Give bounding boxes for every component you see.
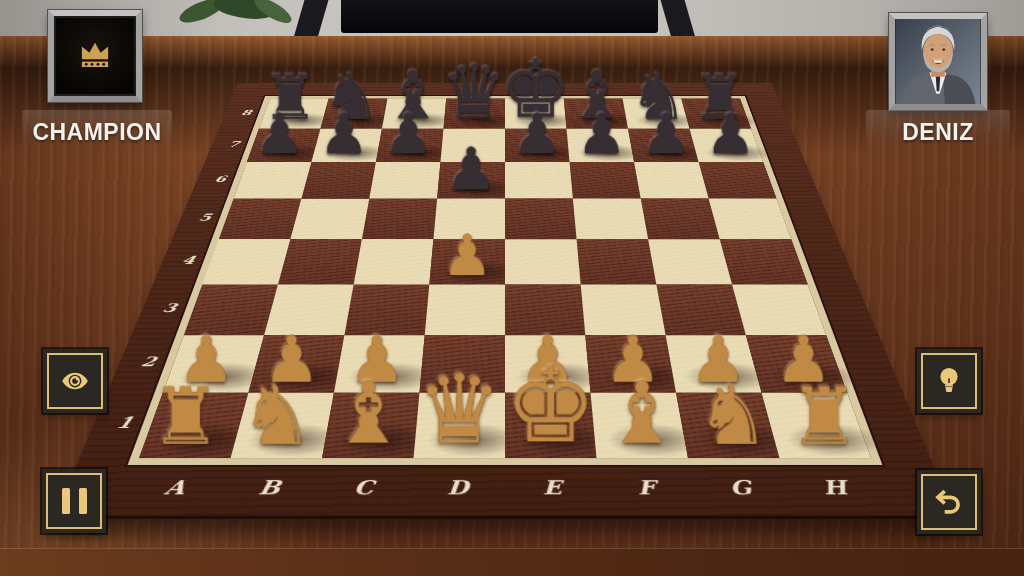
file-label-g: G: [722, 476, 759, 499]
file-label-d: D: [442, 476, 474, 499]
square-a5[interactable]: [219, 199, 302, 240]
square-a4[interactable]: [202, 239, 290, 284]
left-player-nameplate: CHAMPION: [22, 110, 172, 154]
lightbulb-icon: [933, 364, 965, 398]
undo-button[interactable]: [917, 470, 981, 534]
square-c7[interactable]: ♟: [376, 129, 444, 162]
square-e4[interactable]: [505, 239, 581, 284]
black-pawn-g7[interactable]: ♟: [641, 108, 691, 161]
board-3d-scene: ♜♞♝♛♚♝♞♜♟♟♟♟♟♟♟♟♟♟♟♟♟♟♟♟♜♞♝♛♚♝♞♜ 8765432…: [170, 0, 840, 576]
square-g4[interactable]: [648, 239, 732, 284]
square-e7[interactable]: ♟: [505, 129, 570, 162]
white-queen-d1[interactable]: ♛: [417, 365, 502, 455]
square-b6[interactable]: [301, 162, 376, 199]
square-c5[interactable]: [362, 199, 437, 240]
black-pawn-c7[interactable]: ♟: [383, 108, 433, 161]
square-g5[interactable]: [641, 199, 720, 240]
square-c4[interactable]: [354, 239, 434, 284]
rank-label-7: 7: [224, 140, 245, 149]
white-bishop-f1[interactable]: ♝: [604, 375, 680, 456]
pause-icon: [62, 488, 87, 514]
hint-button[interactable]: [917, 349, 981, 413]
rank-label-5: 5: [194, 212, 218, 223]
white-rook-a1[interactable]: ♜: [151, 381, 221, 456]
board-squares: ♜♞♝♛♚♝♞♜♟♟♟♟♟♟♟♟♟♟♟♟♟♟♟♟♜♞♝♛♚♝♞♜: [128, 96, 883, 465]
black-pawn-h7[interactable]: ♟: [706, 108, 756, 161]
black-pawn-a7[interactable]: ♟: [255, 108, 305, 161]
square-d3[interactable]: [425, 284, 505, 335]
eye-icon: [57, 366, 93, 396]
white-knight-b1[interactable]: ♞: [240, 377, 314, 455]
black-queen-d8[interactable]: ♛: [441, 58, 507, 128]
opponent-portrait: [889, 13, 987, 110]
file-label-f: F: [629, 476, 663, 499]
black-pawn-d6[interactable]: ♟: [445, 142, 497, 197]
square-g7[interactable]: ♟: [628, 129, 699, 162]
square-a7[interactable]: ♟: [247, 129, 321, 162]
square-a6[interactable]: [234, 162, 312, 199]
chess-board: ♜♞♝♛♚♝♞♜♟♟♟♟♟♟♟♟♟♟♟♟♟♟♟♟♜♞♝♛♚♝♞♜ 8765432…: [55, 83, 955, 516]
white-pawn-d4[interactable]: ♟: [442, 229, 493, 283]
square-h4[interactable]: [720, 239, 808, 284]
square-c6[interactable]: [369, 162, 440, 199]
square-d6[interactable]: ♟: [437, 162, 505, 199]
square-g1[interactable]: ♞: [676, 393, 779, 458]
file-label-c: C: [346, 476, 380, 499]
left-player-name: CHAMPION: [32, 119, 161, 146]
file-label-e: E: [536, 476, 568, 499]
file-label-b: B: [251, 476, 288, 499]
square-f1[interactable]: ♝: [591, 393, 688, 458]
square-f7[interactable]: ♟: [567, 129, 635, 162]
square-c1[interactable]: ♝: [322, 393, 419, 458]
square-d4[interactable]: ♟: [429, 239, 505, 284]
square-f5[interactable]: [573, 199, 648, 240]
rank-label-8: 8: [236, 108, 256, 116]
black-pawn-b7[interactable]: ♟: [319, 108, 369, 161]
crown-icon: [72, 35, 118, 77]
square-b7[interactable]: ♟: [311, 129, 382, 162]
white-king-e1[interactable]: ♚: [505, 358, 597, 455]
undo-arrow-icon: [932, 486, 966, 518]
pause-button[interactable]: [42, 469, 106, 533]
square-e5[interactable]: [505, 199, 577, 240]
rank-label-4: 4: [176, 254, 201, 267]
square-b1[interactable]: ♞: [231, 393, 334, 458]
square-f6[interactable]: [570, 162, 641, 199]
white-knight-g1[interactable]: ♞: [696, 377, 770, 455]
square-f4[interactable]: [577, 239, 657, 284]
file-label-a: A: [156, 476, 195, 499]
square-b5[interactable]: [290, 199, 369, 240]
rank-label-6: 6: [209, 174, 231, 184]
square-g6[interactable]: [634, 162, 709, 199]
square-h1[interactable]: ♜: [762, 393, 871, 458]
rank-label-1: 1: [109, 414, 141, 432]
square-h6[interactable]: [699, 162, 777, 199]
square-b4[interactable]: [278, 239, 362, 284]
right-player-name: DENIZ: [902, 119, 974, 146]
champion-badge: [48, 10, 142, 102]
square-h7[interactable]: ♟: [690, 129, 764, 162]
view-eye-button[interactable]: [43, 349, 107, 413]
square-e1[interactable]: ♚: [505, 393, 596, 458]
white-bishop-c1[interactable]: ♝: [330, 375, 406, 456]
white-rook-h1[interactable]: ♜: [789, 381, 859, 456]
square-h5[interactable]: [709, 199, 792, 240]
black-pawn-e7[interactable]: ♟: [512, 108, 562, 161]
black-pawn-f7[interactable]: ♟: [577, 108, 627, 161]
square-a1[interactable]: ♜: [139, 393, 248, 458]
rank-label-3: 3: [156, 301, 183, 315]
right-player-nameplate: DENIZ: [866, 110, 1010, 154]
square-d1[interactable]: ♛: [414, 393, 505, 458]
square-d8[interactable]: ♛: [443, 99, 505, 129]
file-label-h: H: [815, 476, 854, 499]
rank-label-2: 2: [134, 354, 163, 370]
square-e6[interactable]: [505, 162, 573, 199]
portrait-photo: [895, 19, 981, 104]
